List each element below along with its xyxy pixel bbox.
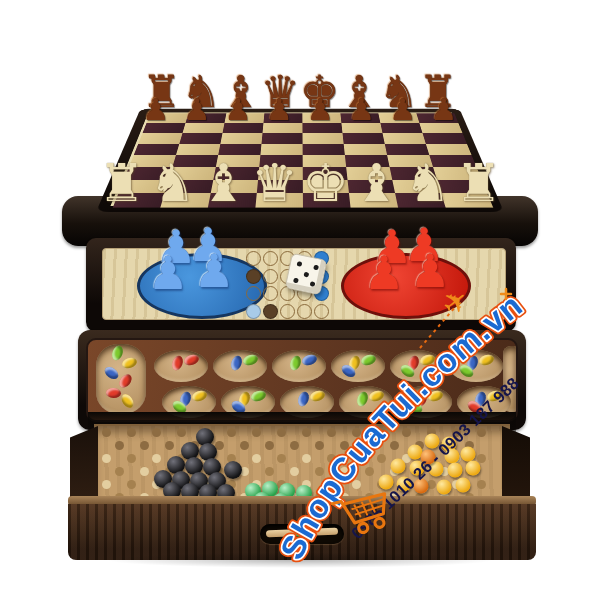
board-hole [477, 428, 486, 437]
board-hole [227, 428, 236, 437]
board-hole [452, 428, 461, 437]
board-hole [115, 467, 124, 476]
chess-square [344, 144, 387, 155]
chess-square [220, 133, 262, 144]
chess-square [433, 167, 482, 180]
board-hole [152, 428, 161, 437]
ludo-peg-blue: ♟ [147, 250, 188, 296]
chess-square [172, 155, 218, 167]
mancala-bead-yellow [119, 392, 136, 410]
board-hole [327, 454, 336, 463]
chess-square [262, 123, 302, 133]
mancala-bead-green [355, 390, 370, 408]
mancala-bead-green [360, 353, 377, 367]
mancala-pit-top [390, 350, 444, 382]
mancala-bead-yellow [191, 389, 208, 403]
mancala-bead-green [242, 353, 259, 367]
chess-square [303, 144, 345, 155]
board-hole [127, 428, 136, 437]
yellow-marble [379, 475, 394, 490]
chess-square [257, 180, 303, 193]
chess-square [302, 123, 342, 133]
mancala-bead-red [106, 388, 121, 399]
chess-square [160, 193, 210, 207]
ludo-peg-blue: ♟ [193, 248, 234, 294]
chess-square [169, 167, 216, 180]
chess-square [147, 113, 189, 123]
chess-board [110, 112, 489, 206]
chess-square [437, 180, 487, 193]
board-hole [252, 428, 261, 437]
board-hole [365, 441, 374, 450]
chess-square [118, 180, 168, 193]
chess-square [387, 155, 433, 167]
chess-square [255, 193, 303, 207]
chess-square [303, 155, 347, 167]
yellow-marble [391, 459, 406, 474]
yellow-marble [461, 447, 476, 462]
chess-square [182, 123, 224, 133]
ludo-track-space [263, 286, 278, 301]
die-pip [296, 261, 302, 267]
ground-shadow [105, 552, 495, 568]
chess-piece-n: ♞ [182, 72, 221, 112]
chess-square [129, 155, 176, 167]
die-pip [293, 278, 299, 284]
chess-square [345, 155, 390, 167]
product-photo-stage: ♜♞♝♛♚♝♞♜♟♟♟♟♟♟♟♟♜♞♝♛♚♝♞♜ ♟♟♟♟♟♟♟♟ ShopCu… [0, 0, 600, 600]
board-hole [302, 428, 311, 437]
board-hole [377, 454, 386, 463]
chess-square [258, 167, 303, 180]
mancala-bead-yellow [478, 353, 495, 367]
board-hole [277, 428, 286, 437]
board-hole [327, 428, 336, 437]
chess-square [302, 113, 341, 123]
board-hole [152, 454, 161, 463]
chess-square [392, 180, 441, 193]
chess-square [385, 144, 430, 155]
board-hole [265, 467, 274, 476]
chess-square [260, 144, 302, 155]
chess-square [303, 167, 348, 180]
board-hole [352, 454, 361, 463]
board-hole [340, 441, 349, 450]
chess-square [142, 123, 185, 133]
chess-piece-k: ♚ [300, 72, 339, 112]
board-hole [352, 480, 361, 489]
board-hole [140, 441, 149, 450]
chess-square [222, 123, 263, 133]
chess-square [263, 113, 302, 123]
chess-square [303, 133, 344, 144]
chess-square [343, 133, 385, 144]
board-hole [265, 441, 274, 450]
chess-square [341, 123, 382, 133]
board-hole [102, 480, 111, 489]
green-marble [294, 525, 306, 537]
die [285, 253, 328, 296]
chess-square [423, 133, 467, 144]
board-hole [127, 480, 136, 489]
chess-square [218, 144, 261, 155]
ludo-track-space [280, 304, 295, 319]
mancala-bead-yellow [121, 356, 138, 370]
chess-square [426, 144, 472, 155]
die-pip [313, 264, 319, 270]
yellow-marble [456, 478, 471, 493]
chess-square [378, 113, 419, 123]
die-pip [303, 271, 309, 277]
chess-square [113, 193, 165, 207]
chess-square [380, 123, 422, 133]
board-hole [477, 480, 486, 489]
chess-square [441, 193, 493, 207]
mancala-left-store [96, 344, 146, 414]
mancala-bead-blue [301, 353, 318, 367]
chess-square [124, 167, 173, 180]
chess-square [349, 193, 398, 207]
board-hole [140, 467, 149, 476]
chess-square [348, 180, 396, 193]
mancala-bead-yellow [486, 389, 503, 403]
board-hole [290, 441, 299, 450]
orange-marble [421, 450, 436, 465]
board-hole [377, 428, 386, 437]
yellow-marble [445, 449, 460, 464]
board-hole [127, 454, 136, 463]
chess-square [211, 180, 258, 193]
board-hole [390, 441, 399, 450]
mancala-bead-red [117, 372, 134, 390]
chess-square [261, 133, 302, 144]
chess-square [134, 144, 180, 155]
ludo-track-space [263, 251, 278, 266]
chess-square [216, 155, 261, 167]
mancala-bead-yellow [427, 389, 444, 403]
ludo-track-space [314, 304, 329, 319]
die-pip [310, 281, 316, 287]
chess-piece-q: ♛ [261, 72, 300, 112]
mancala-pit-top [154, 350, 208, 382]
yellow-marble [397, 477, 412, 492]
mancala-bead-green [110, 344, 125, 362]
board-hole [315, 467, 324, 476]
ludo-peg-red: ♟ [409, 248, 450, 294]
chess-square [213, 167, 259, 180]
chess-square [303, 180, 349, 193]
board-hole [402, 428, 411, 437]
chess-square [179, 133, 222, 144]
board-hole [477, 454, 486, 463]
board-hole [315, 441, 324, 450]
board-hole [352, 428, 361, 437]
chess-square [416, 113, 458, 123]
board-hole [277, 454, 286, 463]
chess-square [303, 193, 351, 207]
yellow-marble [425, 434, 440, 449]
chess-board-frame [96, 109, 504, 212]
black-marble [224, 461, 242, 479]
board-hole [302, 454, 311, 463]
chess-square [176, 144, 220, 155]
board-hole [102, 454, 111, 463]
yellow-marble [466, 461, 481, 476]
ludo-track-space [263, 304, 278, 319]
yellow-marble [437, 480, 452, 495]
mancala-bead-red [170, 354, 185, 372]
chess-square [138, 133, 182, 144]
chess-square [165, 180, 214, 193]
chess-square [395, 193, 446, 207]
orange-marble [414, 479, 429, 494]
mancala-bead-red [183, 353, 200, 367]
chess-square [429, 155, 476, 167]
ludo-track-space [246, 269, 261, 284]
board-hole [365, 467, 374, 476]
ludo-track-space [297, 304, 312, 319]
board-hole [102, 428, 111, 437]
yellow-marble [448, 463, 463, 478]
chess-piece-b: ♝ [221, 72, 260, 112]
board-hole [115, 441, 124, 450]
chess-square [340, 113, 380, 123]
mancala-bead-blue [102, 365, 120, 382]
chess-piece-b: ♝ [340, 72, 379, 112]
ludo-track-space [246, 286, 261, 301]
chess-square [390, 167, 437, 180]
chess-square [346, 167, 392, 180]
board-hole [327, 480, 336, 489]
chess-square [208, 193, 257, 207]
board-hole [340, 467, 349, 476]
mancala-bead-green [250, 389, 267, 403]
chess-square [383, 133, 426, 144]
board-hole [252, 454, 261, 463]
chess-square [185, 113, 226, 123]
board-hole [177, 428, 186, 437]
mancala-bead-blue [296, 390, 311, 408]
mancala-pit-top [331, 350, 385, 382]
mancala-pit-top [449, 350, 503, 382]
chess-piece-r: ♜ [142, 72, 181, 112]
mancala-bead-yellow [309, 389, 326, 403]
ludo-track-space [263, 269, 278, 284]
board-hole [290, 467, 299, 476]
ludo-peg-red: ♟ [363, 250, 404, 296]
mancala-bead-blue [229, 354, 244, 372]
ludo-track-space [246, 304, 261, 319]
mancala-bead-yellow [368, 389, 385, 403]
mancala-bead-green [288, 354, 303, 372]
chess-piece-r: ♜ [419, 72, 458, 112]
chess-square [224, 113, 264, 123]
board-hole [165, 441, 174, 450]
chess-piece-n: ♞ [379, 72, 418, 112]
chess-square [419, 123, 462, 133]
board-hole [240, 441, 249, 450]
mancala-pit-top [272, 350, 326, 382]
mancala-bead-yellow [419, 353, 436, 367]
ludo-track-space [246, 251, 261, 266]
mancala-pit-top [213, 350, 267, 382]
chess-square [259, 155, 302, 167]
